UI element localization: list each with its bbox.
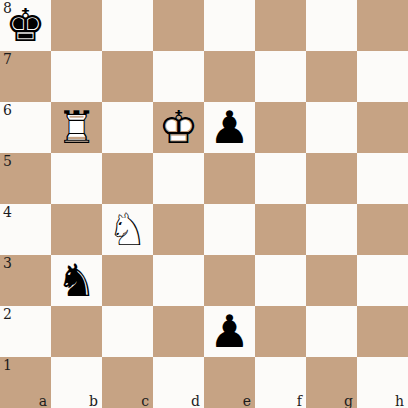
square-b3[interactable]: ♞ bbox=[51, 255, 102, 306]
white-rook-glyph: ♖ bbox=[51, 102, 102, 153]
black-pawn-glyph: ♟ bbox=[204, 102, 255, 153]
piece-black-pawn[interactable]: ♟ bbox=[204, 102, 255, 153]
white-knight-glyph: ♘ bbox=[102, 204, 153, 255]
square-b5[interactable] bbox=[51, 153, 102, 204]
square-d5[interactable] bbox=[153, 153, 204, 204]
square-d2[interactable] bbox=[153, 306, 204, 357]
black-king-glyph: ♚ bbox=[0, 0, 51, 51]
square-a4[interactable]: 4 bbox=[0, 204, 51, 255]
square-e1[interactable]: e bbox=[204, 357, 255, 408]
square-a1[interactable]: 1a bbox=[0, 357, 51, 408]
square-c5[interactable] bbox=[102, 153, 153, 204]
square-c4[interactable]: ♞♘ bbox=[102, 204, 153, 255]
square-g8[interactable] bbox=[306, 0, 357, 51]
square-h7[interactable] bbox=[357, 51, 408, 102]
square-h1[interactable]: h bbox=[357, 357, 408, 408]
square-d4[interactable] bbox=[153, 204, 204, 255]
square-g5[interactable] bbox=[306, 153, 357, 204]
rank-label-7: 7 bbox=[3, 51, 12, 67]
square-g3[interactable] bbox=[306, 255, 357, 306]
square-d8[interactable] bbox=[153, 0, 204, 51]
square-b8[interactable] bbox=[51, 0, 102, 51]
square-e5[interactable] bbox=[204, 153, 255, 204]
piece-white-knight[interactable]: ♞♘ bbox=[102, 204, 153, 255]
square-g6[interactable] bbox=[306, 102, 357, 153]
piece-white-king[interactable]: ♚♔ bbox=[153, 102, 204, 153]
square-g2[interactable] bbox=[306, 306, 357, 357]
square-b4[interactable] bbox=[51, 204, 102, 255]
square-c2[interactable] bbox=[102, 306, 153, 357]
square-f3[interactable] bbox=[255, 255, 306, 306]
square-h2[interactable] bbox=[357, 306, 408, 357]
rank-label-4: 4 bbox=[3, 204, 12, 220]
square-b6[interactable]: ♜♖ bbox=[51, 102, 102, 153]
square-a2[interactable]: 2 bbox=[0, 306, 51, 357]
square-h8[interactable] bbox=[357, 0, 408, 51]
rank-label-5: 5 bbox=[3, 153, 12, 169]
file-label-e: e bbox=[243, 393, 251, 408]
square-d1[interactable]: d bbox=[153, 357, 204, 408]
square-b2[interactable] bbox=[51, 306, 102, 357]
square-b7[interactable] bbox=[51, 51, 102, 102]
square-h4[interactable] bbox=[357, 204, 408, 255]
square-h5[interactable] bbox=[357, 153, 408, 204]
square-e8[interactable] bbox=[204, 0, 255, 51]
square-e3[interactable] bbox=[204, 255, 255, 306]
square-f2[interactable] bbox=[255, 306, 306, 357]
file-label-b: b bbox=[89, 393, 98, 408]
square-h6[interactable] bbox=[357, 102, 408, 153]
piece-black-king[interactable]: ♚ bbox=[0, 0, 51, 51]
file-label-g: g bbox=[344, 393, 353, 408]
square-a3[interactable]: 3 bbox=[0, 255, 51, 306]
piece-black-pawn[interactable]: ♟ bbox=[204, 306, 255, 357]
square-c8[interactable] bbox=[102, 0, 153, 51]
square-e2[interactable]: ♟ bbox=[204, 306, 255, 357]
rank-label-3: 3 bbox=[3, 255, 12, 271]
file-label-a: a bbox=[39, 393, 47, 408]
square-f7[interactable] bbox=[255, 51, 306, 102]
black-pawn-glyph: ♟ bbox=[204, 306, 255, 357]
black-knight-glyph: ♞ bbox=[51, 255, 102, 306]
square-c7[interactable] bbox=[102, 51, 153, 102]
square-g4[interactable] bbox=[306, 204, 357, 255]
square-g7[interactable] bbox=[306, 51, 357, 102]
square-a6[interactable]: 6 bbox=[0, 102, 51, 153]
square-e7[interactable] bbox=[204, 51, 255, 102]
file-label-f: f bbox=[297, 393, 302, 408]
square-h3[interactable] bbox=[357, 255, 408, 306]
rank-label-2: 2 bbox=[3, 306, 12, 322]
square-f6[interactable] bbox=[255, 102, 306, 153]
square-e6[interactable]: ♟ bbox=[204, 102, 255, 153]
square-d6[interactable]: ♚♔ bbox=[153, 102, 204, 153]
square-f8[interactable] bbox=[255, 0, 306, 51]
square-f5[interactable] bbox=[255, 153, 306, 204]
square-f4[interactable] bbox=[255, 204, 306, 255]
square-a5[interactable]: 5 bbox=[0, 153, 51, 204]
rank-label-6: 6 bbox=[3, 102, 12, 118]
file-label-h: h bbox=[395, 393, 404, 408]
piece-black-knight[interactable]: ♞ bbox=[51, 255, 102, 306]
square-d3[interactable] bbox=[153, 255, 204, 306]
square-g1[interactable]: g bbox=[306, 357, 357, 408]
white-king-glyph: ♔ bbox=[153, 102, 204, 153]
square-c6[interactable] bbox=[102, 102, 153, 153]
rank-label-1: 1 bbox=[3, 357, 12, 373]
square-a7[interactable]: 7 bbox=[0, 51, 51, 102]
file-label-c: c bbox=[141, 393, 149, 408]
square-e4[interactable] bbox=[204, 204, 255, 255]
square-c3[interactable] bbox=[102, 255, 153, 306]
square-b1[interactable]: b bbox=[51, 357, 102, 408]
chess-board: 8♚76♜♖♚♔♟54♞♘3♞2♟1abcdefgh bbox=[0, 0, 408, 408]
file-label-d: d bbox=[191, 393, 200, 408]
square-a8[interactable]: 8♚ bbox=[0, 0, 51, 51]
square-f1[interactable]: f bbox=[255, 357, 306, 408]
square-c1[interactable]: c bbox=[102, 357, 153, 408]
piece-white-rook[interactable]: ♜♖ bbox=[51, 102, 102, 153]
square-d7[interactable] bbox=[153, 51, 204, 102]
